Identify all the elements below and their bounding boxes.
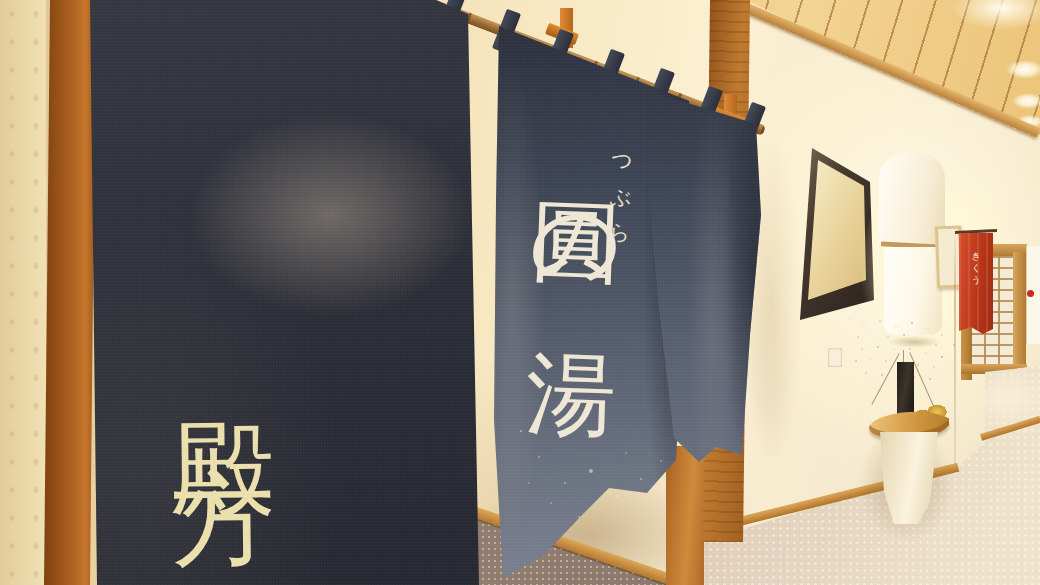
- flower-blossoms: [849, 318, 851, 320]
- shoji-door-frame: [1013, 252, 1026, 378]
- flower-stem: [871, 353, 899, 405]
- alarm-indicator: [1027, 290, 1034, 297]
- left-wood-pillar: [44, 0, 96, 585]
- bath-name-furigana: つぶら: [608, 142, 632, 242]
- ceiling-downlight: [1012, 93, 1040, 109]
- left-wallpaper: [0, 0, 46, 585]
- fabric-speckles: [520, 430, 522, 432]
- mens-bath-text: 殿方: [171, 339, 276, 416]
- red-noren: きくう: [959, 233, 993, 334]
- ryokan-corridor-photo: きくう 圓の湯 つぶら 殿方: [0, 0, 1040, 585]
- wall-outlet: [828, 348, 842, 367]
- entrance-post-inner: [666, 446, 704, 585]
- ceiling-downlight: [1006, 60, 1040, 79]
- ceiling-light-glow: [952, 0, 1040, 30]
- red-noren-text: きくう: [969, 245, 982, 282]
- small-framed-picture: [935, 226, 963, 289]
